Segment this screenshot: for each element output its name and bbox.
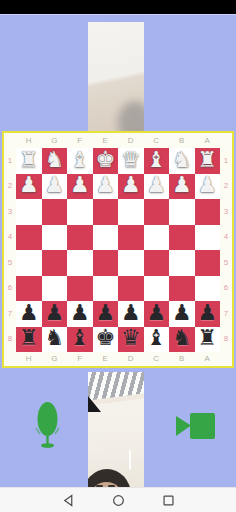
rank-label-right-3: 3	[220, 199, 232, 225]
square-g1[interactable]: ♞	[42, 148, 68, 174]
square-h2[interactable]: ♟	[16, 174, 42, 200]
piece-black-rook: ♜	[197, 327, 217, 349]
file-label-bottom-g: G	[42, 352, 68, 366]
square-e5[interactable]	[93, 250, 119, 276]
piece-black-knight: ♞	[44, 327, 64, 349]
square-d6[interactable]	[118, 276, 144, 302]
file-label-bottom-a: A	[195, 352, 221, 366]
square-f2[interactable]: ♟	[67, 174, 93, 200]
board-corner	[4, 133, 16, 148]
video-camera-icon	[172, 411, 217, 441]
piece-white-king: ♚	[95, 149, 115, 171]
square-e2[interactable]: ♟	[93, 174, 119, 200]
file-label-bottom-b: B	[169, 352, 195, 366]
rank-label-left-8: 8	[4, 327, 16, 353]
piece-black-pawn: ♟	[19, 302, 39, 324]
file-label-bottom-e: E	[93, 352, 119, 366]
square-h7[interactable]: ♟	[16, 301, 42, 327]
square-f3[interactable]	[67, 199, 93, 225]
rank-label-left-2: 2	[4, 174, 16, 200]
board-corner	[4, 352, 16, 366]
square-f5[interactable]	[67, 250, 93, 276]
piece-black-pawn: ♟	[172, 302, 192, 324]
square-d2[interactable]: ♟	[118, 174, 144, 200]
square-f8[interactable]: ♝	[67, 327, 93, 353]
file-label-top-d: D	[118, 133, 144, 148]
piece-white-knight: ♞	[172, 149, 192, 171]
square-g3[interactable]	[42, 199, 68, 225]
piece-white-knight: ♞	[44, 149, 64, 171]
rank-label-left-3: 3	[4, 199, 16, 225]
piece-black-pawn: ♟	[70, 302, 90, 324]
square-c7[interactable]: ♟	[144, 301, 170, 327]
piece-black-bishop: ♝	[70, 327, 90, 349]
square-c6[interactable]	[144, 276, 170, 302]
rank-label-right-8: 8	[220, 327, 232, 353]
square-g5[interactable]	[42, 250, 68, 276]
nav-recents-button[interactable]	[161, 493, 175, 507]
piece-white-bishop: ♝	[70, 149, 90, 171]
square-b4[interactable]	[169, 225, 195, 251]
board-corner	[220, 352, 232, 366]
square-h4[interactable]	[16, 225, 42, 251]
piece-black-queen: ♛	[121, 327, 141, 349]
file-label-top-a: A	[195, 133, 221, 148]
piece-white-pawn: ♟	[95, 174, 115, 196]
file-label-bottom-c: C	[144, 352, 170, 366]
file-label-top-e: E	[93, 133, 119, 148]
piece-white-pawn: ♟	[172, 174, 192, 196]
square-a7[interactable]: ♟	[195, 301, 221, 327]
home-circle-icon	[112, 494, 125, 507]
file-label-bottom-d: D	[118, 352, 144, 366]
piece-white-bishop: ♝	[146, 149, 166, 171]
square-a1[interactable]: ♜	[195, 148, 221, 174]
piece-white-queen: ♛	[121, 149, 141, 171]
square-b7[interactable]: ♟	[169, 301, 195, 327]
square-d4[interactable]	[118, 225, 144, 251]
nav-home-button[interactable]	[111, 493, 125, 507]
android-nav-bar	[0, 487, 236, 512]
square-e4[interactable]	[93, 225, 119, 251]
piece-black-pawn: ♟	[121, 302, 141, 324]
square-e8[interactable]: ♚	[93, 327, 119, 353]
back-triangle-icon	[62, 494, 75, 507]
file-label-top-h: H	[16, 133, 42, 148]
square-a4[interactable]	[195, 225, 221, 251]
square-h6[interactable]	[16, 276, 42, 302]
phone-screen: HGFEDCBA1♜♞♝♚♛♝♞♜12♟♟♟♟♟♟♟♟2334455667♟♟♟…	[0, 0, 236, 512]
file-label-top-b: B	[169, 133, 195, 148]
square-h8[interactable]: ♜	[16, 327, 42, 353]
file-label-top-g: G	[42, 133, 68, 148]
square-g4[interactable]	[42, 225, 68, 251]
piece-white-pawn: ♟	[121, 174, 141, 196]
status-bar	[0, 0, 236, 15]
rank-label-right-6: 6	[220, 276, 232, 302]
file-label-bottom-h: H	[16, 352, 42, 366]
square-b1[interactable]: ♞	[169, 148, 195, 174]
square-f7[interactable]: ♟	[67, 301, 93, 327]
square-d1[interactable]: ♛	[118, 148, 144, 174]
rank-label-left-5: 5	[4, 250, 16, 276]
square-e6[interactable]	[93, 276, 119, 302]
square-d3[interactable]	[118, 199, 144, 225]
piece-black-knight: ♞	[172, 327, 192, 349]
square-b8[interactable]: ♞	[169, 327, 195, 353]
square-d5[interactable]	[118, 250, 144, 276]
piece-white-pawn: ♟	[44, 174, 64, 196]
piece-white-rook: ♜	[19, 149, 39, 171]
square-a5[interactable]	[195, 250, 221, 276]
file-label-top-c: C	[144, 133, 170, 148]
piece-white-pawn: ♟	[197, 174, 217, 196]
square-h3[interactable]	[16, 199, 42, 225]
piece-white-pawn: ♟	[19, 174, 39, 196]
square-c5[interactable]	[144, 250, 170, 276]
chess-board: HGFEDCBA1♜♞♝♚♛♝♞♜12♟♟♟♟♟♟♟♟2334455667♟♟♟…	[2, 131, 234, 368]
rank-label-right-1: 1	[220, 148, 232, 174]
square-d7[interactable]: ♟	[118, 301, 144, 327]
file-label-bottom-f: F	[67, 352, 93, 366]
local-video-feed	[88, 372, 144, 487]
board-corner	[220, 133, 232, 148]
square-c4[interactable]	[144, 225, 170, 251]
piece-white-pawn: ♟	[70, 174, 90, 196]
square-h1[interactable]: ♜	[16, 148, 42, 174]
rank-label-left-7: 7	[4, 301, 16, 327]
square-b5[interactable]	[169, 250, 195, 276]
piece-black-pawn: ♟	[95, 302, 115, 324]
square-c3[interactable]	[144, 199, 170, 225]
piece-black-pawn: ♟	[197, 302, 217, 324]
square-a2[interactable]: ♟	[195, 174, 221, 200]
rank-label-right-5: 5	[220, 250, 232, 276]
square-b2[interactable]: ♟	[169, 174, 195, 200]
square-g6[interactable]	[42, 276, 68, 302]
microphone-button[interactable]	[32, 397, 63, 450]
square-f6[interactable]	[67, 276, 93, 302]
rank-label-right-7: 7	[220, 301, 232, 327]
recents-square-icon	[162, 494, 175, 507]
square-c1[interactable]: ♝	[144, 148, 170, 174]
square-e7[interactable]: ♟	[93, 301, 119, 327]
square-e1[interactable]: ♚	[93, 148, 119, 174]
piece-black-pawn: ♟	[146, 302, 166, 324]
rank-label-left-6: 6	[4, 276, 16, 302]
piece-black-bishop: ♝	[146, 327, 166, 349]
piece-white-rook: ♜	[197, 149, 217, 171]
square-f4[interactable]	[67, 225, 93, 251]
square-d8[interactable]: ♛	[118, 327, 144, 353]
hanging-cord	[129, 450, 131, 470]
square-a3[interactable]	[195, 199, 221, 225]
remote-video-feed	[88, 22, 144, 131]
square-b6[interactable]	[169, 276, 195, 302]
rank-label-right-2: 2	[220, 174, 232, 200]
square-g2[interactable]: ♟	[42, 174, 68, 200]
rank-label-left-1: 1	[4, 148, 16, 174]
piece-black-rook: ♜	[19, 327, 39, 349]
square-a6[interactable]	[195, 276, 221, 302]
square-c2[interactable]: ♟	[144, 174, 170, 200]
rank-label-left-4: 4	[4, 225, 16, 251]
square-e3[interactable]	[93, 199, 119, 225]
file-label-top-f: F	[67, 133, 93, 148]
mic-icon	[32, 397, 63, 450]
piece-black-king: ♚	[95, 327, 115, 349]
square-c8[interactable]: ♝	[144, 327, 170, 353]
square-a8[interactable]: ♜	[195, 327, 221, 353]
nav-back-button[interactable]	[61, 493, 75, 507]
chess-board-grid: HGFEDCBA1♜♞♝♚♛♝♞♜12♟♟♟♟♟♟♟♟2334455667♟♟♟…	[4, 133, 232, 366]
square-f1[interactable]: ♝	[67, 148, 93, 174]
square-g7[interactable]: ♟	[42, 301, 68, 327]
piece-black-pawn: ♟	[44, 302, 64, 324]
piece-white-pawn: ♟	[146, 174, 166, 196]
rank-label-right-4: 4	[220, 225, 232, 251]
square-b3[interactable]	[169, 199, 195, 225]
square-h5[interactable]	[16, 250, 42, 276]
camera-button[interactable]	[172, 411, 217, 441]
square-g8[interactable]: ♞	[42, 327, 68, 353]
